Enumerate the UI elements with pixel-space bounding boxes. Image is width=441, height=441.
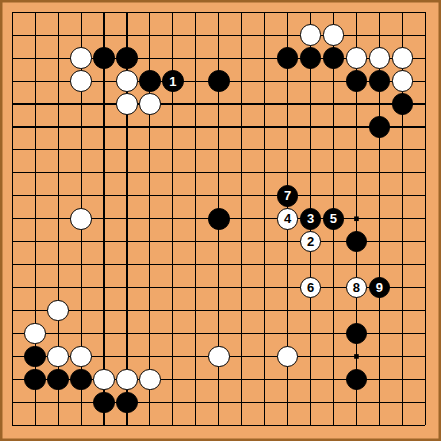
stone-white [70,47,92,69]
move-number-label: 9 [376,281,383,294]
move-number-label: 5 [330,212,337,225]
move-number-label: 6 [307,281,314,294]
stone-white [392,70,414,92]
stone-black [300,47,322,69]
stone-white [116,93,138,115]
stone-white [139,369,161,391]
stone-black [93,392,115,414]
move-number-label: 3 [307,212,314,225]
stone-white [93,369,115,391]
stone-white [346,47,368,69]
move-number-label: 4 [284,212,291,225]
stone-black [392,93,414,115]
stone-white [208,346,230,368]
stone-white [392,47,414,69]
move-number-label: 2 [307,235,314,248]
stone-white [139,93,161,115]
stone-black [116,47,138,69]
stone-white [47,300,69,322]
stone-white [24,323,46,345]
stone-white [70,208,92,230]
stone-white [116,369,138,391]
stone-black [277,47,299,69]
stone-black [208,208,230,230]
stone-white [70,346,92,368]
stone-black [323,47,345,69]
stone-black [139,70,161,92]
stone-white [300,24,322,46]
move-number-label: 7 [284,189,291,202]
stone-black-move-5: 5 [323,208,345,230]
stone-black [369,70,391,92]
go-board: 174352689 [0,0,441,441]
stone-black [24,369,46,391]
stone-white [369,47,391,69]
star-point [354,216,359,221]
stone-black [93,47,115,69]
stone-black-move-7: 7 [277,185,299,207]
stone-black [208,70,230,92]
stone-black-move-1: 1 [162,70,184,92]
stone-white [70,70,92,92]
stone-white [47,346,69,368]
stone-white [323,24,345,46]
move-number-label: 1 [169,75,176,88]
stone-black-move-3: 3 [300,208,322,230]
stone-black [24,346,46,368]
stone-black [369,116,391,138]
stone-black [346,70,368,92]
stone-white-move-4: 4 [277,208,299,230]
stone-black [70,369,92,391]
stone-white [116,70,138,92]
stone-black [47,369,69,391]
star-point [354,354,359,359]
move-number-label: 8 [353,281,360,294]
stone-black [116,392,138,414]
